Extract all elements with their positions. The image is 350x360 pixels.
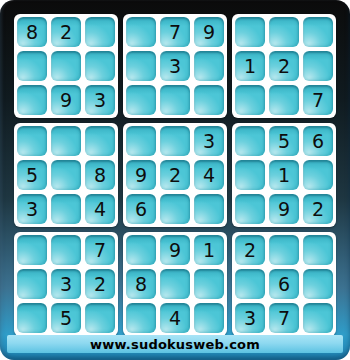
sudoku-cell[interactable] <box>194 51 224 81</box>
sudoku-cell[interactable] <box>17 85 47 115</box>
sudoku-cell[interactable] <box>51 235 81 265</box>
sudoku-board: 829379312758343924656192732591842637 www… <box>0 0 350 360</box>
sudoku-cell[interactable]: 3 <box>160 51 190 81</box>
sudoku-cell[interactable] <box>17 269 47 299</box>
sudoku-block: 39246 <box>123 123 227 227</box>
sudoku-cell[interactable]: 5 <box>269 126 299 156</box>
sudoku-cell[interactable]: 6 <box>303 126 333 156</box>
sudoku-cell[interactable] <box>51 51 81 81</box>
sudoku-cell[interactable] <box>303 269 333 299</box>
sudoku-cell[interactable] <box>51 126 81 156</box>
sudoku-cell[interactable] <box>235 17 265 47</box>
sudoku-cell[interactable] <box>269 17 299 47</box>
sudoku-cell[interactable] <box>85 51 115 81</box>
sudoku-cell[interactable]: 6 <box>126 194 156 224</box>
sudoku-cell[interactable] <box>126 85 156 115</box>
sudoku-cell[interactable] <box>126 51 156 81</box>
sudoku-cell[interactable] <box>303 51 333 81</box>
sudoku-cell[interactable]: 7 <box>160 17 190 47</box>
sudoku-cell[interactable] <box>85 17 115 47</box>
sudoku-cell[interactable] <box>194 269 224 299</box>
sudoku-cell[interactable] <box>85 303 115 333</box>
sudoku-cell[interactable] <box>303 160 333 190</box>
sudoku-cell[interactable]: 2 <box>85 269 115 299</box>
sudoku-cell[interactable] <box>235 269 265 299</box>
sudoku-cell[interactable]: 8 <box>85 160 115 190</box>
sudoku-cell[interactable]: 5 <box>51 303 81 333</box>
sudoku-cell[interactable]: 3 <box>17 194 47 224</box>
sudoku-cell[interactable]: 6 <box>269 269 299 299</box>
sudoku-cell[interactable]: 2 <box>235 235 265 265</box>
sudoku-cell[interactable] <box>126 235 156 265</box>
sudoku-cell[interactable] <box>235 160 265 190</box>
sudoku-cell[interactable] <box>269 235 299 265</box>
sudoku-block: 8293 <box>14 14 118 118</box>
sudoku-cell[interactable] <box>160 85 190 115</box>
sudoku-block: 127 <box>232 14 336 118</box>
sudoku-cell[interactable]: 1 <box>194 235 224 265</box>
sudoku-cell[interactable] <box>235 85 265 115</box>
sudoku-cell[interactable]: 1 <box>235 51 265 81</box>
sudoku-cell[interactable]: 9 <box>51 85 81 115</box>
sudoku-block: 5834 <box>14 123 118 227</box>
sudoku-cell[interactable] <box>194 194 224 224</box>
sudoku-cell[interactable]: 5 <box>17 160 47 190</box>
sudoku-cell[interactable] <box>85 126 115 156</box>
sudoku-cell[interactable]: 8 <box>17 17 47 47</box>
sudoku-block: 2637 <box>232 232 336 336</box>
sudoku-cell[interactable] <box>160 269 190 299</box>
sudoku-cell[interactable] <box>17 51 47 81</box>
sudoku-cell[interactable] <box>160 126 190 156</box>
sudoku-cell[interactable]: 3 <box>51 269 81 299</box>
sudoku-cell[interactable]: 9 <box>126 160 156 190</box>
sudoku-cell[interactable] <box>126 126 156 156</box>
website-url: www.sudokusweb.com <box>90 337 260 352</box>
sudoku-cell[interactable]: 2 <box>51 17 81 47</box>
sudoku-cell[interactable] <box>194 85 224 115</box>
sudoku-cell[interactable] <box>235 126 265 156</box>
sudoku-cell[interactable]: 4 <box>194 160 224 190</box>
sudoku-cell[interactable]: 4 <box>160 303 190 333</box>
sudoku-cell[interactable]: 3 <box>85 85 115 115</box>
sudoku-block: 793 <box>123 14 227 118</box>
footer-band: www.sudokusweb.com <box>7 335 343 353</box>
sudoku-cell[interactable]: 1 <box>269 160 299 190</box>
sudoku-cell[interactable]: 7 <box>85 235 115 265</box>
sudoku-cell[interactable]: 7 <box>303 85 333 115</box>
sudoku-cell[interactable]: 7 <box>269 303 299 333</box>
sudoku-cell[interactable] <box>303 235 333 265</box>
sudoku-cell[interactable] <box>194 303 224 333</box>
sudoku-cell[interactable]: 9 <box>194 17 224 47</box>
sudoku-cell[interactable] <box>269 85 299 115</box>
sudoku-cell[interactable] <box>17 126 47 156</box>
sudoku-cell[interactable] <box>126 17 156 47</box>
sudoku-block: 9184 <box>123 232 227 336</box>
sudoku-cell[interactable] <box>126 303 156 333</box>
sudoku-cell[interactable] <box>51 160 81 190</box>
sudoku-cell[interactable]: 8 <box>126 269 156 299</box>
sudoku-cell[interactable] <box>51 194 81 224</box>
sudoku-cell[interactable] <box>303 17 333 47</box>
sudoku-block: 56192 <box>232 123 336 227</box>
sudoku-cell[interactable]: 9 <box>160 235 190 265</box>
sudoku-cell[interactable]: 9 <box>269 194 299 224</box>
sudoku-cell[interactable]: 4 <box>85 194 115 224</box>
sudoku-cell[interactable]: 3 <box>194 126 224 156</box>
sudoku-cell[interactable]: 2 <box>303 194 333 224</box>
sudoku-cell[interactable] <box>303 303 333 333</box>
sudoku-cell[interactable]: 3 <box>235 303 265 333</box>
sudoku-cell[interactable] <box>17 235 47 265</box>
sudoku-cell[interactable] <box>235 194 265 224</box>
sudoku-cell[interactable]: 2 <box>160 160 190 190</box>
sudoku-cell[interactable] <box>17 303 47 333</box>
sudoku-cell[interactable] <box>160 194 190 224</box>
sudoku-cell[interactable]: 2 <box>269 51 299 81</box>
sudoku-grid: 829379312758343924656192732591842637 <box>14 14 336 336</box>
sudoku-block: 7325 <box>14 232 118 336</box>
